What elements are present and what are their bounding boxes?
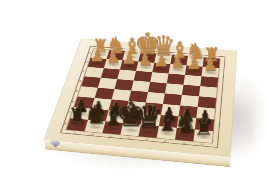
scene: abcdefgh 12345678 ♜♞♝♚♛♝♞♜♟♟♟♟♟♟♟♟♟♟♟♟♟♟… [0, 0, 268, 190]
piece-glyph: ♜ [193, 116, 212, 138]
piece-glyph: ♟ [170, 54, 185, 70]
latch-clasp-icon [49, 139, 59, 148]
board-square [167, 74, 185, 85]
product-photo: abcdefgh 12345678 ♜♞♝♚♛♝♞♜♟♟♟♟♟♟♟♟♟♟♟♟♟♟… [0, 0, 268, 190]
piece-glyph: ♟ [106, 49, 121, 65]
board-square [200, 76, 218, 87]
piece-glyph: ♟ [154, 53, 169, 69]
piece-glyph: ♟ [138, 52, 153, 68]
chess-board: abcdefgh 12345678 ♜♞♝♚♛♝♞♜♟♟♟♟♟♟♟♟♟♟♟♟♟♟… [45, 39, 237, 157]
box-front-edge [44, 140, 230, 167]
piece-glyph: ♞ [173, 110, 196, 136]
piece-glyph: ♟ [122, 50, 137, 66]
piece-glyph: ♟ [186, 56, 201, 72]
piece-glyph: ♟ [90, 48, 104, 64]
box-right-edge [229, 51, 237, 168]
piece-glyph: ♟ [203, 57, 218, 73]
